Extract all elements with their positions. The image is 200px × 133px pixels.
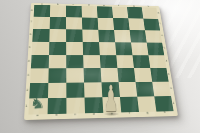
square-e7 xyxy=(98,18,114,30)
coordinate-label: e xyxy=(103,5,105,7)
coordinate-label: 5 xyxy=(163,47,165,49)
coordinate-label: 2 xyxy=(26,89,28,92)
coordinate-label: h xyxy=(148,6,150,8)
square-h8 xyxy=(142,7,158,18)
square-g1 xyxy=(137,96,156,112)
square-h1 xyxy=(154,96,173,111)
coordinate-label: 8 xyxy=(157,12,159,14)
square-a3 xyxy=(30,69,49,84)
square-c5 xyxy=(66,42,83,55)
coordinate-label: 3 xyxy=(27,74,29,76)
square-d6 xyxy=(82,29,99,42)
coordinate-label: b xyxy=(57,3,59,5)
square-d4 xyxy=(83,55,100,69)
square-g3 xyxy=(134,68,152,82)
square-a1: ♞ xyxy=(28,98,48,114)
coordinate-label: 7 xyxy=(159,23,161,25)
coordinate-label: f xyxy=(129,112,130,115)
square-h4 xyxy=(148,55,166,68)
square-g6 xyxy=(130,30,147,42)
square-g5 xyxy=(131,42,148,55)
square-c7 xyxy=(66,17,82,29)
square-f8 xyxy=(112,7,128,19)
coordinate-label: a xyxy=(41,3,43,5)
photo-scene: ♞ aabbccddeeffgghh1122334455667788 ♟ xyxy=(0,0,200,133)
square-d3 xyxy=(84,68,102,82)
square-g2 xyxy=(136,82,155,97)
square-d5 xyxy=(83,42,100,55)
coordinate-label: 3 xyxy=(168,73,170,75)
coordinate-label: d xyxy=(93,113,95,116)
square-b5 xyxy=(49,42,66,55)
square-b3 xyxy=(48,69,66,84)
square-b7 xyxy=(50,17,66,29)
coordinate-label: 4 xyxy=(28,60,30,62)
coordinate-label: a xyxy=(36,114,38,117)
square-g4 xyxy=(132,55,150,68)
square-c2 xyxy=(66,83,84,98)
square-h6 xyxy=(145,30,162,42)
coordinate-label: g xyxy=(133,5,135,7)
square-e6 xyxy=(98,30,115,42)
square-c3 xyxy=(66,68,84,82)
coordinate-label: g xyxy=(146,112,148,115)
square-d7 xyxy=(82,17,98,29)
square-e8 xyxy=(97,6,113,18)
square-b1 xyxy=(48,98,67,114)
board-grid: ♞ xyxy=(28,5,173,115)
coordinate-label: 1 xyxy=(25,105,27,108)
square-d8 xyxy=(82,6,98,18)
square-b2 xyxy=(48,83,66,98)
square-a8 xyxy=(34,5,51,17)
square-f6 xyxy=(114,30,131,42)
square-h2 xyxy=(152,82,171,97)
square-a5 xyxy=(32,41,50,54)
square-h3 xyxy=(150,68,168,82)
square-b6 xyxy=(49,29,66,42)
square-a4 xyxy=(31,55,49,69)
square-e5 xyxy=(99,42,116,55)
coordinate-label: 8 xyxy=(31,9,33,11)
square-f2 xyxy=(119,82,138,97)
coordinate-label: 6 xyxy=(29,34,31,36)
square-c1 xyxy=(66,98,85,114)
square-a7 xyxy=(33,17,50,29)
coordinate-label: h xyxy=(164,111,166,114)
knight-emblem-logo-icon: ♞ xyxy=(29,96,45,112)
coordinate-label: d xyxy=(88,4,90,6)
square-a6 xyxy=(32,29,49,42)
square-f4 xyxy=(116,55,134,68)
square-d1 xyxy=(85,97,104,113)
coordinate-label: f xyxy=(118,5,119,7)
square-f1 xyxy=(120,97,139,113)
square-f5 xyxy=(115,42,132,55)
coordinate-label: 5 xyxy=(29,47,31,49)
square-d2 xyxy=(84,83,102,98)
coordinate-label: c xyxy=(73,4,74,6)
square-f7 xyxy=(113,18,130,30)
square-h7 xyxy=(143,19,160,31)
square-h5 xyxy=(147,42,165,55)
coordinate-label: c xyxy=(74,113,76,116)
coordinate-label: 6 xyxy=(161,35,163,37)
square-g8 xyxy=(127,7,143,19)
square-b4 xyxy=(49,55,67,69)
square-g7 xyxy=(128,18,145,30)
square-e4 xyxy=(100,55,118,69)
square-c6 xyxy=(66,29,83,42)
square-f3 xyxy=(117,68,135,82)
coordinate-label: b xyxy=(56,114,58,117)
coordinate-label: 7 xyxy=(30,21,32,23)
square-b8 xyxy=(50,5,66,17)
square-c4 xyxy=(66,55,83,69)
coordinate-label: 2 xyxy=(170,87,172,89)
chess-board: ♞ aabbccddeeffgghh1122334455667788 xyxy=(24,3,178,120)
white-pawn-piece: ♟ xyxy=(103,84,119,114)
coordinate-label: 4 xyxy=(166,60,168,62)
coordinate-label: 1 xyxy=(173,102,175,105)
square-c8 xyxy=(66,6,82,18)
